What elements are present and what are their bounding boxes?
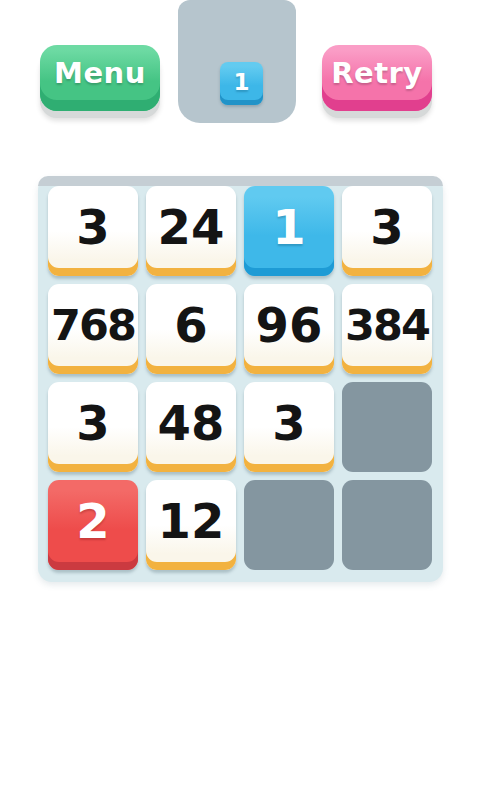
next-tile-panel: 1 [178, 0, 296, 123]
tile-r4c2-12: 12 [146, 480, 236, 570]
tile-r2c3-96: 96 [244, 284, 334, 374]
retry-button-label: Retry [331, 56, 423, 90]
game-screen: 1 Menu Retry 324137686963843483212 [0, 0, 480, 800]
cell-r4c3-empty [244, 480, 334, 570]
next-tile-preview: 1 [220, 62, 263, 105]
tile-r2c1-768: 768 [48, 284, 138, 374]
cell-r4c4-empty [342, 480, 432, 570]
tile-r4c1-2: 2 [48, 480, 138, 570]
tile-grid: 324137686963843483212 [48, 186, 432, 570]
tile-r2c4-384: 384 [342, 284, 432, 374]
cell-r3c4-empty [342, 382, 432, 472]
menu-button-label: Menu [54, 56, 146, 90]
tile-r2c2-6: 6 [146, 284, 236, 374]
retry-button[interactable]: Retry [322, 45, 432, 111]
tile-r1c3-1: 1 [244, 186, 334, 276]
tile-r1c2-24: 24 [146, 186, 236, 276]
menu-button[interactable]: Menu [40, 45, 160, 111]
tile-r1c4-3: 3 [342, 186, 432, 276]
tile-r3c2-48: 48 [146, 382, 236, 472]
tile-r1c1-3: 3 [48, 186, 138, 276]
game-board[interactable]: 324137686963843483212 [38, 176, 443, 582]
tile-r3c3-3: 3 [244, 382, 334, 472]
tile-r3c1-3: 3 [48, 382, 138, 472]
board-top-edge [38, 176, 443, 186]
